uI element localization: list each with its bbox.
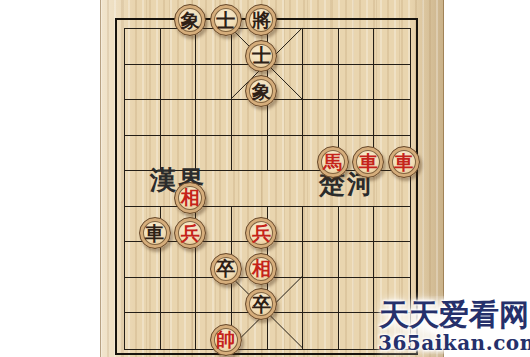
marker-corner — [253, 128, 259, 134]
marker-corner — [371, 270, 377, 276]
grid-cell — [161, 313, 197, 349]
piece-black-advisor[interactable]: 士 — [245, 40, 277, 72]
marker-corner — [146, 82, 152, 88]
piece-black-advisor[interactable]: 士 — [210, 4, 242, 36]
marker-corner — [324, 117, 330, 123]
marker-corner — [122, 128, 128, 134]
marker-corner — [395, 224, 401, 230]
point-marker — [253, 117, 270, 134]
marker-corner — [193, 117, 199, 123]
grid-cell — [339, 100, 375, 136]
point-marker — [360, 82, 377, 99]
marker-corner — [371, 93, 377, 99]
piece-red-general[interactable]: 帥 — [210, 324, 242, 356]
point-marker — [324, 224, 341, 241]
marker-corner — [395, 117, 401, 123]
piece-black-elephant[interactable]: 象 — [174, 4, 206, 36]
piece-red-chariot[interactable]: 車 — [388, 146, 420, 178]
grid-cell — [161, 278, 197, 314]
piece-red-elephant[interactable]: 相 — [245, 253, 277, 285]
marker-corner — [182, 117, 188, 123]
grid-cell — [339, 29, 375, 65]
piece-black-chariot[interactable]: 車 — [139, 217, 171, 249]
grid-cell — [161, 65, 197, 101]
point-marker — [111, 224, 128, 241]
grid-cell — [196, 100, 232, 136]
marker-corner — [146, 270, 152, 276]
grid-cell — [339, 278, 375, 314]
marker-corner — [324, 128, 330, 134]
watermark: 天天爱看网 365aikan.com — [378, 296, 530, 354]
marker-corner — [324, 235, 330, 241]
marker-corner — [324, 224, 330, 230]
point-marker — [146, 82, 163, 99]
grid-cell — [125, 29, 161, 65]
grid-cell — [374, 242, 410, 278]
marker-corner — [395, 235, 401, 241]
watermark-url: 365aikan.com — [378, 333, 530, 354]
marker-corner — [395, 128, 401, 134]
marker-corner — [157, 82, 163, 88]
piece-red-elephant[interactable]: 相 — [174, 182, 206, 214]
grid-cell — [339, 207, 375, 243]
point-marker — [146, 259, 163, 276]
point-marker — [395, 224, 412, 241]
grid-cell — [232, 171, 268, 207]
piece-black-soldier[interactable]: 卒 — [210, 253, 242, 285]
grid-cell — [268, 136, 304, 172]
piece-red-chariot[interactable]: 車 — [352, 146, 384, 178]
grid-cell — [303, 29, 339, 65]
marker-corner — [122, 117, 128, 123]
point-marker — [324, 117, 341, 134]
marker-corner — [182, 128, 188, 134]
point-marker — [182, 117, 199, 134]
grid-cell — [268, 313, 304, 349]
grid-cell — [303, 242, 339, 278]
grid-cell — [374, 29, 410, 65]
grid-cell — [125, 100, 161, 136]
grid-cell — [268, 100, 304, 136]
marker-corner — [335, 235, 341, 241]
marker-corner — [253, 117, 259, 123]
point-marker — [360, 259, 377, 276]
marker-corner — [371, 259, 377, 265]
marker-corner — [193, 128, 199, 134]
marker-corner — [335, 224, 341, 230]
piece-red-horse[interactable]: 馬 — [317, 146, 349, 178]
watermark-title: 天天爱看网 — [378, 296, 530, 333]
marker-corner — [157, 93, 163, 99]
marker-corner — [146, 93, 152, 99]
grid-cell — [303, 278, 339, 314]
marker-corner — [157, 270, 163, 276]
marker-corner — [122, 235, 128, 241]
marker-corner — [335, 128, 341, 134]
marker-corner — [335, 117, 341, 123]
xiangqi-board-screenshot: 漢界 楚河 象士將士象車卒卒馬車車相兵兵相帥 天天爱看网 365aikan.co… — [0, 0, 530, 357]
piece-red-soldier[interactable]: 兵 — [174, 217, 206, 249]
point-marker — [111, 117, 128, 134]
marker-corner — [146, 259, 152, 265]
marker-corner — [360, 270, 366, 276]
grid-cell — [303, 313, 339, 349]
marker-corner — [360, 93, 366, 99]
grid-cell — [303, 65, 339, 101]
grid-cell — [339, 313, 375, 349]
grid-cell — [196, 65, 232, 101]
marker-corner — [264, 128, 270, 134]
grid-cell — [374, 65, 410, 101]
marker-corner — [360, 82, 366, 88]
marker-corner — [157, 259, 163, 265]
marker-corner — [371, 82, 377, 88]
marker-corner — [122, 224, 128, 230]
grid-cell — [268, 171, 304, 207]
grid-cell — [125, 278, 161, 314]
grid-cell — [125, 313, 161, 349]
grid-cell — [232, 136, 268, 172]
point-marker — [395, 117, 412, 134]
marker-corner — [360, 259, 366, 265]
marker-corner — [264, 117, 270, 123]
